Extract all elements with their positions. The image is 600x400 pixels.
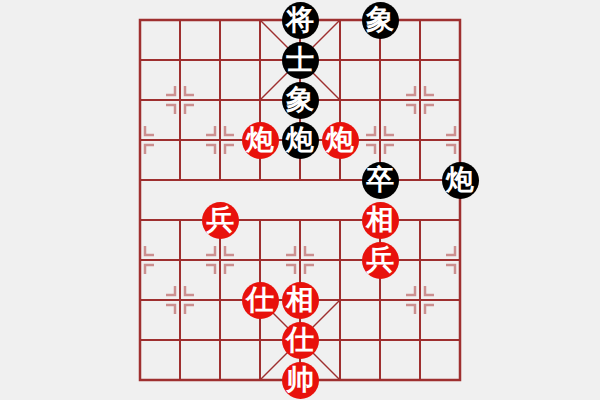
- piece-black-elephant[interactable]: 象: [282, 82, 319, 119]
- piece-red-advisor[interactable]: 仕: [242, 282, 279, 319]
- board-point: 炮: [320, 120, 360, 160]
- piece-red-elephant[interactable]: 相: [282, 282, 319, 319]
- board-point: 仕: [240, 280, 280, 320]
- board-point: 帅: [280, 360, 320, 400]
- piece-red-soldier[interactable]: 兵: [202, 202, 239, 239]
- board-point: 士: [280, 40, 320, 80]
- board-point: 象: [360, 0, 400, 40]
- board-point: 卒: [360, 160, 400, 200]
- board-point: 炮: [440, 160, 480, 200]
- piece-red-soldier[interactable]: 兵: [362, 242, 399, 279]
- piece-red-cannon[interactable]: 炮: [242, 122, 279, 159]
- xiangqi-piece-layer: 将象士象炮炮炮卒炮兵相兵仕相仕帅: [120, 0, 480, 400]
- piece-black-cannon[interactable]: 炮: [442, 162, 479, 199]
- piece-black-elephant[interactable]: 象: [362, 2, 399, 39]
- board-point: 将: [280, 0, 320, 40]
- xiangqi-board-canvas: 将象士象炮炮炮卒炮兵相兵仕相仕帅: [0, 0, 600, 400]
- piece-red-advisor[interactable]: 仕: [282, 322, 319, 359]
- piece-black-advisor[interactable]: 士: [282, 42, 319, 79]
- board-point: 兵: [200, 200, 240, 240]
- board-point: 炮: [280, 120, 320, 160]
- piece-black-general[interactable]: 将: [282, 2, 319, 39]
- board-point: 相: [280, 280, 320, 320]
- piece-red-general[interactable]: 帅: [282, 362, 319, 399]
- piece-red-cannon[interactable]: 炮: [322, 122, 359, 159]
- board-point: 炮: [240, 120, 280, 160]
- board-point: 象: [280, 80, 320, 120]
- board-point: 兵: [360, 240, 400, 280]
- piece-black-cannon[interactable]: 炮: [282, 122, 319, 159]
- board-point: 仕: [280, 320, 320, 360]
- piece-red-elephant[interactable]: 相: [362, 202, 399, 239]
- piece-black-soldier[interactable]: 卒: [362, 162, 399, 199]
- board-point: 相: [360, 200, 400, 240]
